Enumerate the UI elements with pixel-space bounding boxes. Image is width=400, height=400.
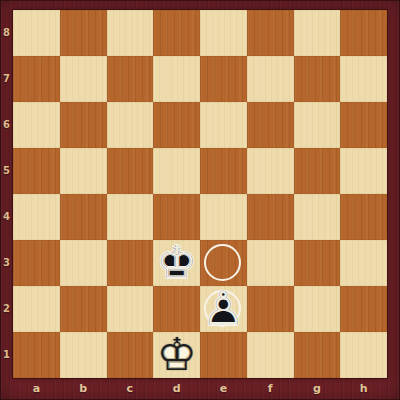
square-g2[interactable]: [294, 286, 341, 332]
square-f5[interactable]: [247, 148, 294, 194]
square-d2[interactable]: [153, 286, 200, 332]
square-e5[interactable]: [200, 148, 247, 194]
square-e2[interactable]: ♟♙: [200, 286, 247, 332]
file-label-f: f: [268, 382, 273, 395]
square-d1[interactable]: ♚♔: [153, 332, 200, 378]
square-h4[interactable]: [340, 194, 387, 240]
black-pawn-icon[interactable]: ♟♙: [200, 286, 247, 332]
square-h2[interactable]: [340, 286, 387, 332]
square-e1[interactable]: [200, 332, 247, 378]
file-label-b: b: [79, 382, 87, 395]
file-label-d: d: [173, 382, 181, 395]
rank-label-6: 6: [0, 119, 13, 131]
square-c5[interactable]: [107, 148, 154, 194]
rank-label-8: 8: [0, 27, 13, 39]
square-h1[interactable]: [340, 332, 387, 378]
square-d6[interactable]: [153, 102, 200, 148]
square-g1[interactable]: [294, 332, 341, 378]
square-b5[interactable]: [60, 148, 107, 194]
square-d4[interactable]: [153, 194, 200, 240]
rank-label-5: 5: [0, 165, 13, 177]
square-h6[interactable]: [340, 102, 387, 148]
square-d7[interactable]: [153, 56, 200, 102]
board-frame: ♚♔♟♙♚♔ 87654321abcdefgh: [0, 0, 400, 400]
chess-board: ♚♔♟♙♚♔: [13, 10, 387, 378]
square-g4[interactable]: [294, 194, 341, 240]
square-b1[interactable]: [60, 332, 107, 378]
square-b6[interactable]: [60, 102, 107, 148]
square-g3[interactable]: [294, 240, 341, 286]
rank-label-4: 4: [0, 211, 13, 223]
square-e7[interactable]: [200, 56, 247, 102]
square-b7[interactable]: [60, 56, 107, 102]
square-f8[interactable]: [247, 10, 294, 56]
square-b2[interactable]: [60, 286, 107, 332]
square-h3[interactable]: [340, 240, 387, 286]
square-e4[interactable]: [200, 194, 247, 240]
file-label-a: a: [33, 382, 40, 395]
square-c3[interactable]: [107, 240, 154, 286]
square-g8[interactable]: [294, 10, 341, 56]
square-f7[interactable]: [247, 56, 294, 102]
square-c1[interactable]: [107, 332, 154, 378]
rank-label-3: 3: [0, 257, 13, 269]
square-h7[interactable]: [340, 56, 387, 102]
square-b8[interactable]: [60, 10, 107, 56]
square-g6[interactable]: [294, 102, 341, 148]
file-label-h: h: [360, 382, 368, 395]
square-c8[interactable]: [107, 10, 154, 56]
square-h5[interactable]: [340, 148, 387, 194]
square-a8[interactable]: [13, 10, 60, 56]
square-a5[interactable]: [13, 148, 60, 194]
square-c6[interactable]: [107, 102, 154, 148]
file-label-c: c: [127, 382, 134, 395]
file-label-g: g: [313, 382, 321, 395]
square-f2[interactable]: [247, 286, 294, 332]
square-f3[interactable]: [247, 240, 294, 286]
white-king-icon[interactable]: ♚♔: [153, 332, 200, 378]
square-f4[interactable]: [247, 194, 294, 240]
circle-annotation-e3: [204, 244, 241, 281]
square-e3[interactable]: [200, 240, 247, 286]
square-a3[interactable]: [13, 240, 60, 286]
square-g7[interactable]: [294, 56, 341, 102]
square-e6[interactable]: [200, 102, 247, 148]
square-a2[interactable]: [13, 286, 60, 332]
square-a1[interactable]: [13, 332, 60, 378]
square-c2[interactable]: [107, 286, 154, 332]
square-f1[interactable]: [247, 332, 294, 378]
square-b4[interactable]: [60, 194, 107, 240]
file-label-e: e: [220, 382, 227, 395]
square-d3[interactable]: ♚♔: [153, 240, 200, 286]
rank-label-2: 2: [0, 303, 13, 315]
square-g5[interactable]: [294, 148, 341, 194]
rank-label-7: 7: [0, 73, 13, 85]
square-c7[interactable]: [107, 56, 154, 102]
square-d8[interactable]: [153, 10, 200, 56]
square-e8[interactable]: [200, 10, 247, 56]
square-d5[interactable]: [153, 148, 200, 194]
square-a6[interactable]: [13, 102, 60, 148]
square-f6[interactable]: [247, 102, 294, 148]
black-king-icon[interactable]: ♚♔: [153, 240, 200, 286]
rank-label-1: 1: [0, 349, 13, 361]
square-a4[interactable]: [13, 194, 60, 240]
square-a7[interactable]: [13, 56, 60, 102]
square-h8[interactable]: [340, 10, 387, 56]
square-c4[interactable]: [107, 194, 154, 240]
square-b3[interactable]: [60, 240, 107, 286]
